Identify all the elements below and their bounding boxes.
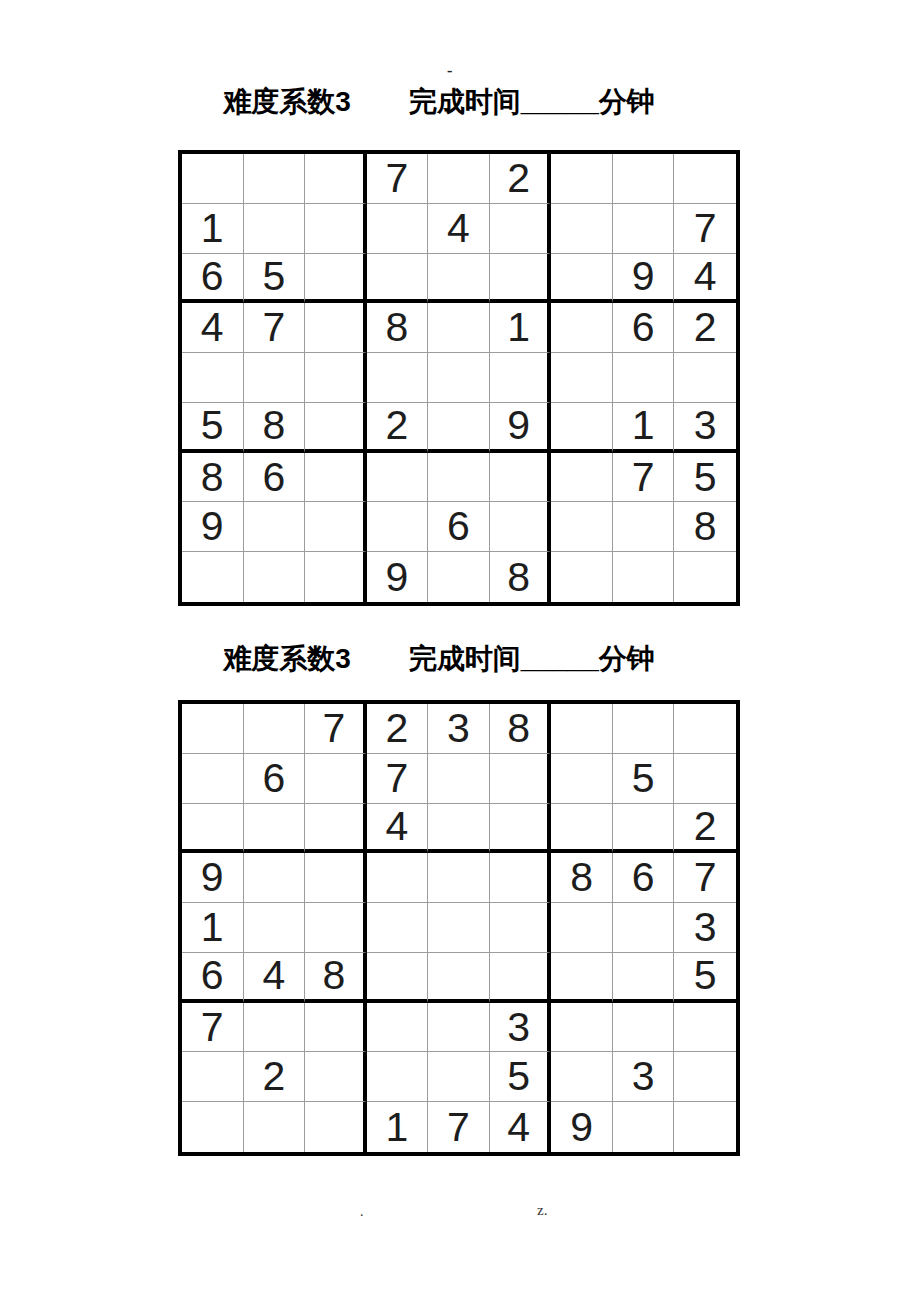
sudoku-cell-r7c3[interactable] (305, 453, 367, 503)
sudoku-cell-r8c4[interactable] (367, 502, 429, 552)
sudoku-cell-r4c8: 6 (613, 853, 675, 903)
sudoku-cell-r3c7[interactable] (551, 804, 613, 854)
sudoku-cell-r5c9: 3 (674, 903, 736, 953)
sudoku-cell-r5c6[interactable] (490, 353, 552, 403)
puzzle-1-title: 难度系数3完成时间_____分钟 (0, 83, 899, 121)
sudoku-cell-r6c3: 8 (305, 953, 367, 1003)
sudoku-cell-r9c4: 1 (367, 1102, 429, 1152)
sudoku-cell-r9c8[interactable] (613, 552, 675, 602)
bottom-stray-dot: . (360, 1204, 364, 1220)
sudoku-cell-r5c5[interactable] (428, 353, 490, 403)
sudoku-cell-r5c8[interactable] (613, 353, 675, 403)
sudoku-cell-r2c6[interactable] (490, 204, 552, 254)
sudoku-cell-r4c2[interactable] (244, 853, 306, 903)
sudoku-cell-r4c3[interactable] (305, 853, 367, 903)
sudoku-cell-r1c7[interactable] (551, 154, 613, 204)
sudoku-cell-r9c7[interactable] (551, 552, 613, 602)
sudoku-cell-r8c4[interactable] (367, 1052, 429, 1102)
sudoku-cell-r5c3[interactable] (305, 353, 367, 403)
puzzle-1-difficulty-label: 难度系数3 (223, 86, 351, 117)
sudoku-cell-r2c7[interactable] (551, 754, 613, 804)
sudoku-cell-r1c5: 3 (428, 704, 490, 754)
sudoku-cell-r9c2[interactable] (244, 552, 306, 602)
sudoku-cell-r2c5: 4 (428, 204, 490, 254)
sudoku-cell-r7c6[interactable] (490, 453, 552, 503)
sudoku-cell-r7c9[interactable] (674, 1003, 736, 1053)
sudoku-cell-r1c7[interactable] (551, 704, 613, 754)
sudoku-cell-r4c8: 6 (613, 303, 675, 353)
sudoku-cell-r3c9: 2 (674, 804, 736, 854)
sudoku-cell-r3c5[interactable] (428, 804, 490, 854)
sudoku-cell-r5c6[interactable] (490, 903, 552, 953)
sudoku-cell-r6c2: 4 (244, 953, 306, 1003)
sudoku-cell-r9c9[interactable] (674, 552, 736, 602)
sudoku-cell-r3c1[interactable] (182, 804, 244, 854)
sudoku-cell-r8c2: 2 (244, 1052, 306, 1102)
sudoku-cell-r1c3: 7 (305, 704, 367, 754)
sudoku-cell-r4c4: 8 (367, 303, 429, 353)
sudoku-cell-r3c3[interactable] (305, 804, 367, 854)
sudoku-cell-r7c8: 7 (613, 453, 675, 503)
sudoku-cell-r1c1[interactable] (182, 154, 244, 204)
sudoku-cell-r4c1: 9 (182, 853, 244, 903)
sudoku-cell-r6c6: 9 (490, 403, 552, 453)
sudoku-cell-r7c4[interactable] (367, 453, 429, 503)
sudoku-cell-r6c1: 6 (182, 953, 244, 1003)
sudoku-cell-r9c3[interactable] (305, 552, 367, 602)
sudoku-cell-r9c1[interactable] (182, 552, 244, 602)
sudoku-cell-r2c8: 5 (613, 754, 675, 804)
sudoku-cell-r7c2[interactable] (244, 1003, 306, 1053)
sudoku-cell-r1c9[interactable] (674, 154, 736, 204)
sudoku-cell-r5c7[interactable] (551, 903, 613, 953)
puzzle-2-time-label: 完成时间_____分钟 (409, 643, 655, 674)
sudoku-cell-r2c5[interactable] (428, 754, 490, 804)
sudoku-cell-r9c6: 8 (490, 552, 552, 602)
sudoku-cell-r6c3[interactable] (305, 403, 367, 453)
sudoku-cell-r9c7: 9 (551, 1102, 613, 1152)
sudoku-cell-r1c4: 2 (367, 704, 429, 754)
sudoku-cell-r4c6[interactable] (490, 853, 552, 903)
sudoku-cell-r2c2: 6 (244, 754, 306, 804)
sudoku-cell-r1c8[interactable] (613, 704, 675, 754)
sudoku-cell-r4c7[interactable] (551, 303, 613, 353)
sudoku-cell-r9c1[interactable] (182, 1102, 244, 1152)
sudoku-cell-r2c4[interactable] (367, 204, 429, 254)
sudoku-cell-r2c1[interactable] (182, 754, 244, 804)
sudoku-cell-r8c1: 9 (182, 502, 244, 552)
sudoku-cell-r1c8[interactable] (613, 154, 675, 204)
sudoku-cell-r6c4: 2 (367, 403, 429, 453)
sudoku-cell-r6c5[interactable] (428, 403, 490, 453)
sudoku-cell-r8c7[interactable] (551, 502, 613, 552)
sudoku-cell-r7c4[interactable] (367, 1003, 429, 1053)
sudoku-cell-r3c6[interactable] (490, 254, 552, 304)
sudoku-cell-r6c7[interactable] (551, 953, 613, 1003)
sudoku-cell-r2c6[interactable] (490, 754, 552, 804)
sudoku-cell-r8c5: 6 (428, 502, 490, 552)
bottom-stray-z-mark: z. (537, 1202, 547, 1219)
sudoku-cell-r5c3[interactable] (305, 903, 367, 953)
sudoku-cell-r8c7[interactable] (551, 1052, 613, 1102)
puzzle-1-time-label: 完成时间_____分钟 (409, 86, 655, 117)
sudoku-cell-r3c5[interactable] (428, 254, 490, 304)
sudoku-worksheet-page: - 难度系数3完成时间_____分钟 721476594478162582913… (0, 0, 920, 1302)
sudoku-cell-r5c1[interactable] (182, 353, 244, 403)
sudoku-cell-r2c4: 7 (367, 754, 429, 804)
puzzle-2-difficulty-label: 难度系数3 (223, 643, 351, 674)
sudoku-cell-r9c4: 9 (367, 552, 429, 602)
sudoku-cell-r1c9[interactable] (674, 704, 736, 754)
top-stray-mark: - (447, 62, 452, 80)
sudoku-cell-r6c1: 5 (182, 403, 244, 453)
sudoku-cell-r7c5[interactable] (428, 453, 490, 503)
sudoku-cell-r7c7[interactable] (551, 453, 613, 503)
sudoku-cell-r1c2[interactable] (244, 154, 306, 204)
sudoku-cell-r6c8: 1 (613, 403, 675, 453)
sudoku-cell-r2c3[interactable] (305, 204, 367, 254)
sudoku-cell-r3c1: 6 (182, 254, 244, 304)
sudoku-cell-r2c9[interactable] (674, 754, 736, 804)
sudoku-cell-r5c2[interactable] (244, 353, 306, 403)
sudoku-cell-r5c9[interactable] (674, 353, 736, 403)
sudoku-cell-r2c2[interactable] (244, 204, 306, 254)
sudoku-cell-r8c8[interactable] (613, 502, 675, 552)
sudoku-cell-r1c4: 7 (367, 154, 429, 204)
sudoku-cell-r4c9: 2 (674, 303, 736, 353)
sudoku-cell-r4c9: 7 (674, 853, 736, 903)
sudoku-cell-r1c3[interactable] (305, 154, 367, 204)
sudoku-cell-r1c6: 2 (490, 154, 552, 204)
sudoku-cell-r8c1[interactable] (182, 1052, 244, 1102)
sudoku-cell-r1c6: 8 (490, 704, 552, 754)
sudoku-cell-r8c3[interactable] (305, 502, 367, 552)
puzzle-2-title: 难度系数3完成时间_____分钟 (0, 640, 899, 678)
sudoku-cell-r9c3[interactable] (305, 1102, 367, 1152)
sudoku-cell-r8c6: 5 (490, 1052, 552, 1102)
sudoku-cell-r8c9: 8 (674, 502, 736, 552)
sudoku-cell-r5c4[interactable] (367, 353, 429, 403)
sudoku-cell-r9c6: 4 (490, 1102, 552, 1152)
sudoku-cell-r1c1[interactable] (182, 704, 244, 754)
sudoku-cell-r8c8: 3 (613, 1052, 675, 1102)
sudoku-cell-r5c4[interactable] (367, 903, 429, 953)
sudoku-cell-r7c9: 5 (674, 453, 736, 503)
sudoku-cell-r5c5[interactable] (428, 903, 490, 953)
sudoku-cell-r3c4[interactable] (367, 254, 429, 304)
sudoku-cell-r7c8[interactable] (613, 1003, 675, 1053)
sudoku-grid-2[interactable]: 7238675429867136485732531749 (178, 700, 740, 1156)
sudoku-cell-r4c1: 4 (182, 303, 244, 353)
sudoku-cell-r2c9: 7 (674, 204, 736, 254)
sudoku-cell-r7c7[interactable] (551, 1003, 613, 1053)
sudoku-cell-r9c9[interactable] (674, 1102, 736, 1152)
sudoku-cell-r7c5[interactable] (428, 1003, 490, 1053)
sudoku-cell-r9c2[interactable] (244, 1102, 306, 1152)
sudoku-cell-r3c2: 5 (244, 254, 306, 304)
sudoku-cell-r1c2[interactable] (244, 704, 306, 754)
sudoku-cell-r4c5[interactable] (428, 853, 490, 903)
sudoku-cell-r6c4[interactable] (367, 953, 429, 1003)
sudoku-cell-r4c5[interactable] (428, 303, 490, 353)
sudoku-cell-r6c9: 3 (674, 403, 736, 453)
sudoku-cell-r7c1: 7 (182, 1003, 244, 1053)
sudoku-cell-r8c3[interactable] (305, 1052, 367, 1102)
sudoku-cell-r9c8[interactable] (613, 1102, 675, 1152)
sudoku-cell-r7c3[interactable] (305, 1003, 367, 1053)
sudoku-cell-r6c7[interactable] (551, 403, 613, 453)
sudoku-cell-r5c2[interactable] (244, 903, 306, 953)
sudoku-cell-r4c2: 7 (244, 303, 306, 353)
sudoku-cell-r7c1: 8 (182, 453, 244, 503)
sudoku-cell-r2c8[interactable] (613, 204, 675, 254)
sudoku-cell-r7c2: 6 (244, 453, 306, 503)
sudoku-cell-r3c8[interactable] (613, 804, 675, 854)
sudoku-cell-r4c7: 8 (551, 853, 613, 903)
sudoku-cell-r4c6: 1 (490, 303, 552, 353)
sudoku-cell-r9c5: 7 (428, 1102, 490, 1152)
sudoku-cell-r3c8: 9 (613, 254, 675, 304)
sudoku-cell-r6c2: 8 (244, 403, 306, 453)
sudoku-cell-r5c1: 1 (182, 903, 244, 953)
sudoku-cell-r7c6: 3 (490, 1003, 552, 1053)
sudoku-cell-r8c2[interactable] (244, 502, 306, 552)
sudoku-cell-r6c8[interactable] (613, 953, 675, 1003)
sudoku-cell-r2c7[interactable] (551, 204, 613, 254)
sudoku-cell-r4c4[interactable] (367, 853, 429, 903)
sudoku-cell-r5c7[interactable] (551, 353, 613, 403)
sudoku-cell-r4c3[interactable] (305, 303, 367, 353)
sudoku-cell-r3c4: 4 (367, 804, 429, 854)
sudoku-cell-r3c6[interactable] (490, 804, 552, 854)
sudoku-cell-r3c9: 4 (674, 254, 736, 304)
sudoku-cell-r2c1: 1 (182, 204, 244, 254)
sudoku-cell-r3c7[interactable] (551, 254, 613, 304)
sudoku-cell-r8c9[interactable] (674, 1052, 736, 1102)
sudoku-cell-r8c6[interactable] (490, 502, 552, 552)
sudoku-cell-r9c5[interactable] (428, 552, 490, 602)
sudoku-cell-r6c9: 5 (674, 953, 736, 1003)
sudoku-cell-r6c5[interactable] (428, 953, 490, 1003)
sudoku-grid-1[interactable]: 721476594478162582913867596898 (178, 150, 740, 606)
sudoku-cell-r5c8[interactable] (613, 903, 675, 953)
sudoku-cell-r2c3[interactable] (305, 754, 367, 804)
sudoku-cell-r1c5[interactable] (428, 154, 490, 204)
sudoku-cell-r3c2[interactable] (244, 804, 306, 854)
sudoku-cell-r8c5[interactable] (428, 1052, 490, 1102)
sudoku-cell-r6c6[interactable] (490, 953, 552, 1003)
sudoku-cell-r3c3[interactable] (305, 254, 367, 304)
